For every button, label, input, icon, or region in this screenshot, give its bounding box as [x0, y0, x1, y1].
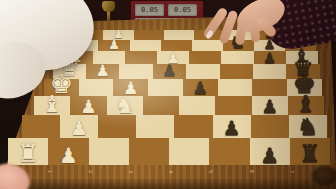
square-h5[interactable]: [169, 138, 209, 165]
square-e4[interactable]: [148, 79, 183, 96]
piece-white-p-f2[interactable]: ♟: [80, 98, 97, 116]
clock-display-right: 0.05: [168, 4, 197, 16]
square-b3[interactable]: [130, 40, 161, 51]
piece-white-n-f3[interactable]: ♞: [114, 94, 134, 117]
piece-white-r-h1[interactable]: ♜: [17, 142, 39, 166]
square-d5[interactable]: [186, 64, 219, 79]
square-g5[interactable]: [174, 115, 212, 138]
piece-black-p-g6[interactable]: ♟: [223, 119, 241, 139]
square-f6[interactable]: [215, 96, 251, 115]
square-h4[interactable]: [129, 138, 169, 165]
square-f5[interactable]: [179, 96, 215, 115]
captured-pieces-blur: [312, 166, 336, 186]
square-f4[interactable]: [143, 96, 179, 115]
piece-black-p-h7[interactable]: ♟: [260, 145, 279, 166]
square-d7[interactable]: [253, 64, 286, 79]
coordinate-3: 3: [128, 170, 133, 173]
clock-display-left: 0.05: [135, 4, 164, 16]
trophy-cup: [102, 1, 115, 12]
square-e2[interactable]: [79, 79, 114, 96]
square-h3[interactable]: [89, 138, 129, 165]
square-a4[interactable]: [164, 30, 194, 40]
photo-frame: 0.05 0.05 12345678 ♜♞♝♛♚♝♜♟♟♟♟♟♟♟♞♟♟♟♞♟♟…: [0, 0, 336, 189]
piece-white-p-h2[interactable]: ♟: [59, 145, 78, 166]
square-b5[interactable]: [192, 40, 223, 51]
clock-time-right: 0.05: [174, 6, 191, 14]
square-c3[interactable]: [125, 51, 157, 64]
coordinate-5: 5: [208, 170, 213, 173]
piece-white-b-f1[interactable]: ♝: [42, 93, 63, 117]
square-c5[interactable]: [189, 51, 221, 64]
piece-black-p-c7[interactable]: ♟: [263, 51, 276, 65]
coordinate-7: 7: [289, 170, 294, 173]
square-g1[interactable]: [22, 115, 60, 138]
square-e6[interactable]: [218, 79, 253, 96]
table-shadow: [0, 179, 336, 189]
trophy-stem: [107, 12, 110, 21]
square-a3[interactable]: [134, 30, 164, 40]
piece-black-p-d4[interactable]: ♟: [163, 64, 177, 80]
coordinate-4: 4: [168, 170, 173, 173]
piece-black-n-g8[interactable]: ♞: [297, 115, 319, 139]
piece-black-p-e5[interactable]: ♟: [193, 80, 208, 97]
clock-time-left: 0.05: [141, 6, 158, 14]
square-g7[interactable]: [251, 115, 289, 138]
piece-white-p-d2[interactable]: ♟: [96, 64, 110, 80]
coordinate-2: 2: [88, 170, 93, 173]
square-e7[interactable]: [252, 79, 287, 96]
piece-white-p-g2[interactable]: ♟: [70, 119, 88, 139]
piece-black-r-h8[interactable]: ♜: [299, 142, 321, 166]
coordinate-1: 1: [47, 170, 52, 173]
square-d3[interactable]: [119, 64, 152, 79]
square-g3[interactable]: [98, 115, 136, 138]
square-g4[interactable]: [136, 115, 174, 138]
square-c6[interactable]: [221, 51, 253, 64]
square-d6[interactable]: [220, 64, 253, 79]
coordinate-6: 6: [249, 170, 254, 173]
piece-black-p-f7[interactable]: ♟: [261, 98, 278, 116]
square-h6[interactable]: [209, 138, 249, 165]
piece-white-p-b2[interactable]: ♟: [108, 39, 120, 52]
